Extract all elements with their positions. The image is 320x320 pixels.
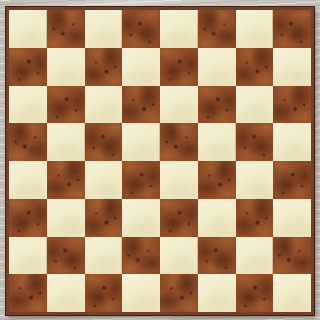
square-c7[interactable]: [85, 48, 123, 86]
square-b5[interactable]: [47, 123, 85, 161]
square-c2[interactable]: [85, 237, 123, 275]
square-f3[interactable]: [198, 199, 236, 237]
square-f1[interactable]: [198, 274, 236, 312]
square-c3[interactable]: [85, 199, 123, 237]
square-g3[interactable]: [236, 199, 274, 237]
square-e3[interactable]: [160, 199, 198, 237]
square-e4[interactable]: [160, 161, 198, 199]
square-f7[interactable]: [198, 48, 236, 86]
square-a5[interactable]: [9, 123, 47, 161]
board-frame: [6, 7, 314, 315]
square-a7[interactable]: [9, 48, 47, 86]
square-b6[interactable]: [47, 86, 85, 124]
square-b7[interactable]: [47, 48, 85, 86]
square-g6[interactable]: [236, 86, 274, 124]
square-g2[interactable]: [236, 237, 274, 275]
square-b8[interactable]: [47, 10, 85, 48]
square-f8[interactable]: [198, 10, 236, 48]
square-g8[interactable]: [236, 10, 274, 48]
square-e8[interactable]: [160, 10, 198, 48]
square-e5[interactable]: [160, 123, 198, 161]
square-f4[interactable]: [198, 161, 236, 199]
square-g4[interactable]: [236, 161, 274, 199]
square-d4[interactable]: [122, 161, 160, 199]
square-d2[interactable]: [122, 237, 160, 275]
square-a3[interactable]: [9, 199, 47, 237]
square-c4[interactable]: [85, 161, 123, 199]
square-b1[interactable]: [47, 274, 85, 312]
square-c1[interactable]: [85, 274, 123, 312]
square-a2[interactable]: [9, 237, 47, 275]
square-e7[interactable]: [160, 48, 198, 86]
square-a6[interactable]: [9, 86, 47, 124]
square-a8[interactable]: [9, 10, 47, 48]
square-d7[interactable]: [122, 48, 160, 86]
square-g1[interactable]: [236, 274, 274, 312]
square-c6[interactable]: [85, 86, 123, 124]
square-h7[interactable]: [273, 48, 311, 86]
square-h6[interactable]: [273, 86, 311, 124]
square-h4[interactable]: [273, 161, 311, 199]
square-e6[interactable]: [160, 86, 198, 124]
square-c8[interactable]: [85, 10, 123, 48]
square-f5[interactable]: [198, 123, 236, 161]
square-e2[interactable]: [160, 237, 198, 275]
square-d6[interactable]: [122, 86, 160, 124]
chessboard: [9, 10, 311, 312]
square-h2[interactable]: [273, 237, 311, 275]
square-g5[interactable]: [236, 123, 274, 161]
square-a4[interactable]: [9, 161, 47, 199]
square-d5[interactable]: [122, 123, 160, 161]
square-h5[interactable]: [273, 123, 311, 161]
square-h8[interactable]: [273, 10, 311, 48]
square-a1[interactable]: [9, 274, 47, 312]
square-b3[interactable]: [47, 199, 85, 237]
square-d3[interactable]: [122, 199, 160, 237]
square-g7[interactable]: [236, 48, 274, 86]
square-e1[interactable]: [160, 274, 198, 312]
square-h3[interactable]: [273, 199, 311, 237]
table-surface: [0, 0, 320, 320]
square-b4[interactable]: [47, 161, 85, 199]
square-f2[interactable]: [198, 237, 236, 275]
square-f6[interactable]: [198, 86, 236, 124]
square-c5[interactable]: [85, 123, 123, 161]
square-b2[interactable]: [47, 237, 85, 275]
square-d8[interactable]: [122, 10, 160, 48]
square-h1[interactable]: [273, 274, 311, 312]
square-d1[interactable]: [122, 274, 160, 312]
